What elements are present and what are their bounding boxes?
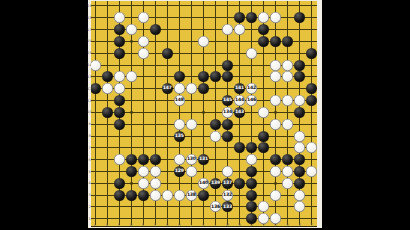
board-cell[interactable] — [246, 154, 258, 166]
board-cell[interactable] — [161, 95, 173, 107]
board-cell[interactable] — [294, 201, 306, 213]
board-cell[interactable] — [161, 142, 173, 154]
board-cell[interactable] — [137, 201, 149, 213]
board-cell[interactable] — [161, 130, 173, 142]
board-cell[interactable] — [222, 118, 234, 130]
board-cell[interactable] — [149, 189, 161, 201]
board-cell[interactable] — [197, 47, 209, 59]
board-cell[interactable] — [149, 35, 161, 47]
board-cell[interactable] — [234, 59, 246, 71]
board-cell[interactable] — [222, 24, 234, 36]
board-cell[interactable] — [101, 1, 113, 12]
board-cell[interactable] — [185, 71, 197, 83]
board-cell[interactable] — [258, 47, 270, 59]
board-cell[interactable] — [149, 201, 161, 213]
board-cell[interactable] — [258, 83, 270, 95]
board-cell[interactable] — [113, 83, 125, 95]
board-cell[interactable] — [137, 177, 149, 189]
board-cell[interactable] — [125, 35, 137, 47]
board-cell[interactable] — [91, 106, 101, 118]
board-cell[interactable] — [125, 166, 137, 178]
board-cell[interactable] — [246, 130, 258, 142]
board-cell[interactable] — [234, 12, 246, 24]
board-cell[interactable] — [197, 166, 209, 178]
board-cell[interactable] — [197, 142, 209, 154]
board-cell[interactable] — [197, 201, 209, 213]
board-cell[interactable] — [294, 95, 306, 107]
board-cell[interactable] — [173, 47, 185, 59]
board-cell[interactable] — [173, 83, 185, 95]
board-cell[interactable] — [270, 83, 282, 95]
board-cell[interactable] — [173, 24, 185, 36]
board-cell[interactable]: 130 — [185, 154, 197, 166]
board-cell[interactable] — [185, 59, 197, 71]
board-cell[interactable] — [306, 71, 317, 83]
board-cell[interactable] — [246, 24, 258, 36]
board-cell[interactable] — [125, 12, 137, 24]
board-cell[interactable] — [294, 71, 306, 83]
board-cell[interactable] — [258, 12, 270, 24]
board-cell[interactable] — [91, 59, 101, 71]
board-cell[interactable] — [222, 1, 234, 12]
board-cell[interactable] — [161, 106, 173, 118]
board-cell[interactable] — [125, 1, 137, 12]
board-cell[interactable] — [282, 24, 294, 36]
board-cell[interactable] — [258, 154, 270, 166]
board-cell[interactable] — [246, 177, 258, 189]
board-cell[interactable] — [209, 59, 221, 71]
board-cell[interactable] — [294, 154, 306, 166]
board-cell[interactable] — [101, 166, 113, 178]
board-cell[interactable] — [306, 47, 317, 59]
board-cell[interactable] — [246, 71, 258, 83]
board-cell[interactable] — [91, 71, 101, 83]
board-cell[interactable] — [246, 166, 258, 178]
board-cell[interactable]: 132 — [222, 189, 234, 201]
board-cell[interactable]: 144 — [234, 95, 246, 107]
board-cell[interactable] — [113, 47, 125, 59]
board-cell[interactable] — [209, 154, 221, 166]
board-cell[interactable] — [282, 95, 294, 107]
board-cell[interactable] — [270, 59, 282, 71]
board-cell[interactable] — [294, 118, 306, 130]
board-cell[interactable] — [258, 24, 270, 36]
board-cell[interactable] — [197, 1, 209, 12]
board-cell[interactable] — [258, 201, 270, 213]
board-cell[interactable] — [258, 118, 270, 130]
board-cell[interactable] — [185, 106, 197, 118]
board-cell[interactable] — [222, 130, 234, 142]
board-cell[interactable] — [270, 35, 282, 47]
board-cell[interactable] — [101, 35, 113, 47]
board-cell[interactable] — [270, 71, 282, 83]
board-cell[interactable] — [161, 47, 173, 59]
board-cell[interactable] — [270, 24, 282, 36]
board-cell[interactable] — [246, 35, 258, 47]
board-cell[interactable] — [91, 130, 101, 142]
board-cell[interactable] — [149, 1, 161, 12]
board-cell[interactable] — [113, 24, 125, 36]
board-cell[interactable] — [197, 118, 209, 130]
board-cell[interactable] — [306, 95, 317, 107]
board-cell[interactable] — [173, 71, 185, 83]
board-cell[interactable] — [222, 142, 234, 154]
board-cell[interactable] — [173, 201, 185, 213]
board-cell[interactable] — [234, 71, 246, 83]
board-cell[interactable] — [197, 106, 209, 118]
board-cell[interactable] — [161, 35, 173, 47]
board-cell[interactable]: 135 — [173, 130, 185, 142]
board-cell[interactable] — [113, 35, 125, 47]
board-cell[interactable] — [197, 59, 209, 71]
board-cell[interactable] — [258, 95, 270, 107]
board-cell[interactable] — [209, 35, 221, 47]
board-cell[interactable] — [306, 35, 317, 47]
board-cell[interactable] — [209, 189, 221, 201]
board-cell[interactable] — [91, 189, 101, 201]
board-cell[interactable] — [222, 35, 234, 47]
board-cell[interactable] — [306, 166, 317, 178]
board-cell[interactable] — [113, 166, 125, 178]
board-cell[interactable] — [185, 24, 197, 36]
board-cell[interactable] — [137, 189, 149, 201]
board-cell[interactable] — [101, 47, 113, 59]
board-cell[interactable]: 136 — [209, 201, 221, 213]
board-cell[interactable] — [258, 177, 270, 189]
board-cell[interactable] — [161, 12, 173, 24]
board-cell[interactable] — [185, 35, 197, 47]
go-board[interactable]: 1471411421481451441461341431351301311291… — [91, 1, 317, 227]
board-cell[interactable] — [185, 118, 197, 130]
board-cell[interactable] — [209, 1, 221, 12]
board-cell[interactable] — [137, 1, 149, 12]
board-cell[interactable] — [137, 95, 149, 107]
board-cell[interactable] — [185, 47, 197, 59]
board-cell[interactable] — [294, 59, 306, 71]
board-cell[interactable] — [294, 83, 306, 95]
board-cell[interactable]: 137 — [222, 177, 234, 189]
board-cell[interactable] — [173, 12, 185, 24]
board-cell[interactable] — [197, 24, 209, 36]
board-cell[interactable] — [222, 47, 234, 59]
board-cell[interactable] — [246, 12, 258, 24]
board-cell[interactable] — [306, 189, 317, 201]
board-cell[interactable] — [185, 130, 197, 142]
board-cell[interactable] — [258, 35, 270, 47]
board-cell[interactable] — [222, 71, 234, 83]
board-cell[interactable] — [294, 189, 306, 201]
board-cell[interactable] — [101, 12, 113, 24]
board-cell[interactable] — [258, 142, 270, 154]
board-cell[interactable] — [246, 201, 258, 213]
board-cell[interactable] — [270, 130, 282, 142]
board-cell[interactable]: 147 — [161, 83, 173, 95]
board-cell[interactable] — [149, 24, 161, 36]
board-cell[interactable] — [246, 1, 258, 12]
board-cell[interactable] — [282, 142, 294, 154]
board-cell[interactable] — [125, 189, 137, 201]
board-cell[interactable] — [306, 1, 317, 12]
board-cell[interactable] — [185, 95, 197, 107]
board-cell[interactable] — [294, 166, 306, 178]
board-cell[interactable] — [161, 154, 173, 166]
board-cell[interactable] — [258, 189, 270, 201]
board-cell[interactable] — [173, 177, 185, 189]
board-cell[interactable] — [101, 106, 113, 118]
board-cell[interactable] — [125, 154, 137, 166]
board-cell[interactable] — [161, 189, 173, 201]
board-cell[interactable] — [113, 59, 125, 71]
board-cell[interactable] — [113, 154, 125, 166]
board-cell[interactable] — [306, 154, 317, 166]
board-cell[interactable] — [125, 130, 137, 142]
board-cell[interactable] — [149, 95, 161, 107]
board-cell[interactable] — [294, 1, 306, 12]
board-cell[interactable]: 143 — [234, 106, 246, 118]
board-cell[interactable] — [113, 95, 125, 107]
board-cell[interactable] — [306, 12, 317, 24]
board-cell[interactable]: 129 — [173, 166, 185, 178]
board-cell[interactable] — [149, 118, 161, 130]
board-cell[interactable] — [209, 47, 221, 59]
board-cell[interactable] — [246, 142, 258, 154]
board-cell[interactable] — [125, 118, 137, 130]
board-cell[interactable] — [91, 83, 101, 95]
board-cell[interactable] — [258, 166, 270, 178]
board-cell[interactable] — [149, 130, 161, 142]
board-cell[interactable] — [209, 118, 221, 130]
board-cell[interactable] — [270, 118, 282, 130]
board-cell[interactable] — [306, 24, 317, 36]
board-cell[interactable] — [282, 177, 294, 189]
board-cell[interactable] — [101, 59, 113, 71]
board-cell[interactable] — [246, 106, 258, 118]
board-cell[interactable] — [137, 47, 149, 59]
board-cell[interactable] — [270, 95, 282, 107]
board-cell[interactable] — [282, 189, 294, 201]
board-cell[interactable] — [161, 201, 173, 213]
board-cell[interactable] — [282, 59, 294, 71]
board-cell[interactable] — [306, 177, 317, 189]
board-cell[interactable] — [197, 35, 209, 47]
board-cell[interactable] — [149, 83, 161, 95]
board-cell[interactable]: 139 — [209, 177, 221, 189]
board-cell[interactable] — [294, 47, 306, 59]
board-cell[interactable] — [161, 177, 173, 189]
board-cell[interactable] — [137, 106, 149, 118]
board-cell[interactable] — [270, 1, 282, 12]
board-cell[interactable] — [246, 47, 258, 59]
board-cell[interactable] — [101, 24, 113, 36]
board-cell[interactable] — [91, 154, 101, 166]
board-cell[interactable] — [137, 130, 149, 142]
board-cell[interactable] — [101, 95, 113, 107]
board-cell[interactable] — [282, 1, 294, 12]
board-cell[interactable] — [173, 35, 185, 47]
board-cell[interactable] — [173, 189, 185, 201]
board-cell[interactable] — [306, 118, 317, 130]
board-cell[interactable] — [282, 12, 294, 24]
board-cell[interactable]: 148 — [173, 95, 185, 107]
board-cell[interactable] — [137, 142, 149, 154]
board-cell[interactable] — [209, 142, 221, 154]
board-cell[interactable] — [282, 71, 294, 83]
board-cell[interactable]: 131 — [197, 154, 209, 166]
board-cell[interactable] — [101, 189, 113, 201]
board-cell[interactable] — [197, 130, 209, 142]
board-cell[interactable] — [234, 166, 246, 178]
board-cell[interactable]: 134 — [222, 106, 234, 118]
board-cell[interactable] — [282, 166, 294, 178]
board-cell[interactable] — [282, 106, 294, 118]
board-cell[interactable] — [137, 59, 149, 71]
board-cell[interactable] — [234, 142, 246, 154]
board-cell[interactable] — [101, 71, 113, 83]
board-cell[interactable] — [185, 166, 197, 178]
board-cell[interactable] — [270, 177, 282, 189]
board-cell[interactable] — [185, 142, 197, 154]
board-cell[interactable] — [101, 130, 113, 142]
board-cell[interactable] — [137, 35, 149, 47]
board-cell[interactable] — [137, 71, 149, 83]
board-cell[interactable] — [173, 118, 185, 130]
board-cell[interactable] — [306, 59, 317, 71]
board-cell[interactable]: 145 — [222, 95, 234, 107]
board-cell[interactable] — [113, 177, 125, 189]
board-cell[interactable] — [125, 201, 137, 213]
board-cell[interactable] — [197, 71, 209, 83]
board-cell[interactable] — [246, 118, 258, 130]
board-cell[interactable] — [197, 83, 209, 95]
board-cell[interactable] — [270, 106, 282, 118]
board-cell[interactable] — [270, 154, 282, 166]
board-cell[interactable] — [185, 177, 197, 189]
board-cell[interactable] — [113, 12, 125, 24]
board-cell[interactable] — [270, 201, 282, 213]
board-cell[interactable] — [113, 1, 125, 12]
board-cell[interactable] — [113, 201, 125, 213]
board-cell[interactable]: 138 — [185, 189, 197, 201]
board-cell[interactable] — [91, 118, 101, 130]
board-cell[interactable] — [306, 201, 317, 213]
board-cell[interactable] — [125, 177, 137, 189]
board-cell[interactable] — [173, 106, 185, 118]
board-cell[interactable] — [209, 12, 221, 24]
board-cell[interactable]: 140 — [197, 177, 209, 189]
board-cell[interactable] — [113, 142, 125, 154]
board-cell[interactable] — [91, 12, 101, 24]
board-cell[interactable] — [306, 83, 317, 95]
board-cell[interactable] — [125, 47, 137, 59]
board-cell[interactable] — [282, 118, 294, 130]
board-cell[interactable] — [149, 106, 161, 118]
board-cell[interactable] — [149, 177, 161, 189]
board-cell[interactable] — [161, 118, 173, 130]
board-cell[interactable] — [161, 166, 173, 178]
board-cell[interactable] — [125, 106, 137, 118]
board-cell[interactable] — [113, 189, 125, 201]
board-cell[interactable] — [234, 177, 246, 189]
board-cell[interactable] — [258, 71, 270, 83]
board-cell[interactable] — [91, 201, 101, 213]
board-cell[interactable] — [125, 83, 137, 95]
board-cell[interactable] — [91, 95, 101, 107]
board-cell[interactable] — [137, 154, 149, 166]
board-cell[interactable] — [294, 106, 306, 118]
board-cell[interactable] — [258, 106, 270, 118]
board-cell[interactable] — [149, 71, 161, 83]
board-cell[interactable] — [185, 12, 197, 24]
board-cell[interactable] — [294, 35, 306, 47]
board-cell[interactable] — [149, 166, 161, 178]
board-cell[interactable] — [101, 142, 113, 154]
board-cell[interactable] — [125, 24, 137, 36]
board-cell[interactable] — [173, 1, 185, 12]
board-cell[interactable] — [149, 154, 161, 166]
board-cell[interactable] — [270, 12, 282, 24]
board-cell[interactable] — [282, 154, 294, 166]
board-cell[interactable] — [173, 59, 185, 71]
board-cell[interactable] — [294, 177, 306, 189]
board-cell[interactable] — [246, 59, 258, 71]
board-cell[interactable] — [234, 118, 246, 130]
board-cell[interactable] — [209, 83, 221, 95]
board-cell[interactable] — [101, 83, 113, 95]
board-cell[interactable] — [91, 24, 101, 36]
board-cell[interactable] — [185, 201, 197, 213]
board-cell[interactable] — [91, 35, 101, 47]
board-cell[interactable] — [258, 130, 270, 142]
board-cell[interactable] — [234, 1, 246, 12]
board-cell[interactable] — [209, 106, 221, 118]
board-cell[interactable] — [294, 12, 306, 24]
board-cell[interactable] — [101, 177, 113, 189]
board-cell[interactable]: 141 — [234, 83, 246, 95]
board-cell[interactable] — [222, 166, 234, 178]
board-cell[interactable] — [197, 95, 209, 107]
board-cell[interactable] — [294, 24, 306, 36]
board-cell[interactable] — [294, 130, 306, 142]
board-cell[interactable] — [282, 201, 294, 213]
board-cell[interactable] — [125, 71, 137, 83]
board-cell[interactable] — [161, 59, 173, 71]
board-cell[interactable] — [246, 189, 258, 201]
board-cell[interactable] — [101, 118, 113, 130]
board-cell[interactable] — [185, 83, 197, 95]
board-cell[interactable] — [234, 154, 246, 166]
board-cell[interactable] — [101, 201, 113, 213]
board-cell[interactable] — [125, 95, 137, 107]
board-cell[interactable] — [270, 189, 282, 201]
board-cell[interactable] — [91, 177, 101, 189]
board-cell[interactable] — [113, 130, 125, 142]
board-cell[interactable] — [173, 154, 185, 166]
board-cell[interactable] — [270, 166, 282, 178]
board-cell[interactable] — [282, 35, 294, 47]
board-cell[interactable] — [282, 47, 294, 59]
board-cell[interactable] — [161, 71, 173, 83]
board-cell[interactable] — [306, 130, 317, 142]
board-cell[interactable] — [209, 130, 221, 142]
board-cell[interactable] — [294, 142, 306, 154]
board-cell[interactable] — [209, 95, 221, 107]
board-cell[interactable] — [125, 142, 137, 154]
board-cell[interactable] — [91, 166, 101, 178]
board-cell[interactable] — [149, 47, 161, 59]
board-cell[interactable] — [185, 1, 197, 12]
board-cell[interactable] — [209, 166, 221, 178]
board-cell[interactable] — [137, 118, 149, 130]
